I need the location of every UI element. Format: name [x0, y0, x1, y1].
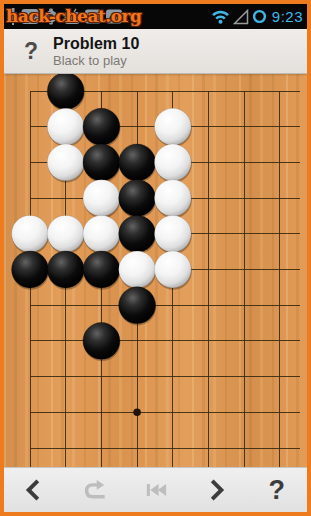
white-stone	[12, 215, 49, 252]
undo-button[interactable]	[72, 470, 118, 510]
undo-arrow-icon	[80, 477, 109, 504]
status-system-icons: 9:23	[211, 8, 303, 25]
white-stone	[154, 251, 191, 288]
watermark-text: hack-cheat.org	[6, 6, 141, 26]
signal-triangle-icon	[233, 9, 249, 25]
screen: 9:23 hack-cheat.org ? Problem 10 Black t…	[4, 4, 307, 512]
go-board[interactable]	[4, 74, 307, 467]
toolbar: ?	[4, 467, 307, 512]
white-stone	[154, 180, 191, 217]
black-stone	[83, 108, 120, 145]
chevron-left-icon	[21, 477, 47, 503]
rewind-button[interactable]	[132, 470, 178, 510]
go-board-svg	[4, 74, 307, 467]
white-stone	[119, 251, 156, 288]
forward-button[interactable]	[193, 470, 239, 510]
black-stone	[12, 251, 49, 288]
page-title: Problem 10	[53, 35, 139, 53]
white-stone	[154, 108, 191, 145]
black-stone	[83, 251, 120, 288]
battery-circle-icon	[252, 9, 267, 24]
page-subtitle: Black to play	[53, 53, 139, 68]
black-stone	[83, 323, 120, 360]
hint-button[interactable]: ?	[254, 470, 300, 510]
chevron-right-icon	[203, 477, 229, 503]
problem-status-icon: ?	[24, 40, 38, 63]
clock: 9:23	[270, 8, 303, 25]
black-stone	[119, 215, 156, 252]
black-stone	[47, 74, 84, 109]
star-point	[133, 409, 141, 417]
white-stone	[47, 215, 84, 252]
status-right-icon-group	[211, 9, 267, 25]
wifi-icon	[211, 9, 230, 25]
header-titles: Problem 10 Black to play	[53, 35, 139, 68]
white-stone	[154, 215, 191, 252]
black-stone	[119, 144, 156, 181]
black-stone	[83, 144, 120, 181]
white-stone	[47, 108, 84, 145]
header: ? Problem 10 Black to play	[4, 29, 307, 74]
back-button[interactable]	[11, 470, 57, 510]
white-stone	[83, 180, 120, 217]
black-stone	[119, 287, 156, 324]
white-stone	[47, 144, 84, 181]
black-stone	[119, 180, 156, 217]
black-stone	[47, 251, 84, 288]
white-stone	[83, 215, 120, 252]
white-stone	[154, 144, 191, 181]
question-mark-icon: ?	[268, 477, 285, 504]
skip-to-start-icon	[142, 477, 169, 503]
